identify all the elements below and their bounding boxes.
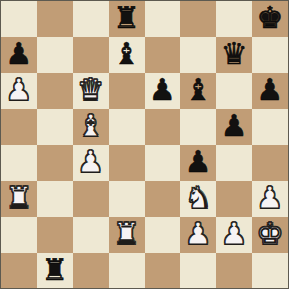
piece-black-rook-d8[interactable]: ♜ (113, 0, 140, 36)
square-e2[interactable] (145, 217, 181, 253)
square-f4[interactable]: ♟ (180, 145, 216, 181)
square-d4[interactable] (109, 145, 145, 181)
square-c8[interactable] (73, 1, 109, 37)
square-d5[interactable] (109, 109, 145, 145)
square-e7[interactable] (145, 37, 181, 73)
square-f5[interactable] (180, 109, 216, 145)
square-a8[interactable] (1, 1, 37, 37)
square-b2[interactable] (37, 217, 73, 253)
square-b5[interactable] (37, 109, 73, 145)
square-d7[interactable]: ♝ (109, 37, 145, 73)
square-b8[interactable] (37, 1, 73, 37)
square-c2[interactable] (73, 217, 109, 253)
piece-white-rook-d2[interactable]: ♜ (113, 216, 140, 252)
piece-black-bishop-f6[interactable]: ♝ (185, 72, 212, 108)
square-g3[interactable] (216, 181, 252, 217)
piece-black-queen-g7[interactable]: ♛ (221, 36, 248, 72)
piece-white-king-h2[interactable]: ♚ (257, 216, 284, 252)
piece-black-king-h8[interactable]: ♚ (257, 0, 284, 36)
piece-white-pawn-h3[interactable]: ♟ (257, 180, 284, 216)
square-f1[interactable] (180, 253, 216, 289)
square-a1[interactable] (1, 253, 37, 289)
square-g1[interactable] (216, 253, 252, 289)
piece-black-pawn-g5[interactable]: ♟ (221, 108, 248, 144)
square-c4[interactable]: ♟ (73, 145, 109, 181)
square-b6[interactable] (37, 73, 73, 109)
square-d8[interactable]: ♜ (109, 1, 145, 37)
square-a7[interactable]: ♟ (1, 37, 37, 73)
square-h8[interactable]: ♚ (252, 1, 288, 37)
square-c5[interactable]: ♝ (73, 109, 109, 145)
square-b3[interactable] (37, 181, 73, 217)
square-h3[interactable]: ♟ (252, 181, 288, 217)
piece-white-pawn-g2[interactable]: ♟ (221, 216, 248, 252)
square-f3[interactable]: ♞ (180, 181, 216, 217)
square-d1[interactable] (109, 253, 145, 289)
piece-white-pawn-c4[interactable]: ♟ (77, 144, 104, 180)
piece-black-pawn-a7[interactable]: ♟ (5, 36, 32, 72)
square-h5[interactable] (252, 109, 288, 145)
square-b7[interactable] (37, 37, 73, 73)
square-a6[interactable]: ♟ (1, 73, 37, 109)
square-a5[interactable] (1, 109, 37, 145)
square-g6[interactable] (216, 73, 252, 109)
square-h1[interactable] (252, 253, 288, 289)
square-b4[interactable] (37, 145, 73, 181)
piece-white-pawn-a6[interactable]: ♟ (5, 72, 32, 108)
square-h4[interactable] (252, 145, 288, 181)
square-e5[interactable] (145, 109, 181, 145)
square-d3[interactable] (109, 181, 145, 217)
square-g4[interactable] (216, 145, 252, 181)
piece-white-rook-a3[interactable]: ♜ (5, 180, 32, 216)
square-f2[interactable]: ♟ (180, 217, 216, 253)
square-a2[interactable] (1, 217, 37, 253)
square-c3[interactable] (73, 181, 109, 217)
piece-black-pawn-f4[interactable]: ♟ (185, 144, 212, 180)
square-e8[interactable] (145, 1, 181, 37)
piece-white-queen-c6[interactable]: ♛ (77, 72, 104, 108)
piece-black-pawn-e6[interactable]: ♟ (149, 72, 176, 108)
square-f8[interactable] (180, 1, 216, 37)
square-h2[interactable]: ♚ (252, 217, 288, 253)
square-g2[interactable]: ♟ (216, 217, 252, 253)
square-d6[interactable] (109, 73, 145, 109)
square-c6[interactable]: ♛ (73, 73, 109, 109)
square-g8[interactable] (216, 1, 252, 37)
square-h6[interactable]: ♟ (252, 73, 288, 109)
square-a4[interactable] (1, 145, 37, 181)
piece-white-bishop-c5[interactable]: ♝ (77, 108, 104, 144)
square-g7[interactable]: ♛ (216, 37, 252, 73)
square-b1[interactable]: ♜ (37, 253, 73, 289)
square-c1[interactable] (73, 253, 109, 289)
piece-white-pawn-f2[interactable]: ♟ (185, 216, 212, 252)
square-e6[interactable]: ♟ (145, 73, 181, 109)
square-f7[interactable] (180, 37, 216, 73)
square-c7[interactable] (73, 37, 109, 73)
square-g5[interactable]: ♟ (216, 109, 252, 145)
chess-board: ♜♚♟♝♛♟♛♟♝♟♝♟♟♟♜♞♟♜♟♟♚♜ (1, 1, 288, 288)
chess-board-frame: ♜♚♟♝♛♟♛♟♝♟♝♟♟♟♜♞♟♜♟♟♚♜ (0, 0, 289, 289)
square-d2[interactable]: ♜ (109, 217, 145, 253)
piece-black-pawn-h6[interactable]: ♟ (257, 72, 284, 108)
square-e4[interactable] (145, 145, 181, 181)
square-h7[interactable] (252, 37, 288, 73)
square-a3[interactable]: ♜ (1, 181, 37, 217)
square-e3[interactable] (145, 181, 181, 217)
piece-black-rook-b1[interactable]: ♜ (41, 252, 68, 288)
piece-black-bishop-d7[interactable]: ♝ (113, 36, 140, 72)
square-e1[interactable] (145, 253, 181, 289)
square-f6[interactable]: ♝ (180, 73, 216, 109)
piece-white-knight-f3[interactable]: ♞ (185, 180, 212, 216)
